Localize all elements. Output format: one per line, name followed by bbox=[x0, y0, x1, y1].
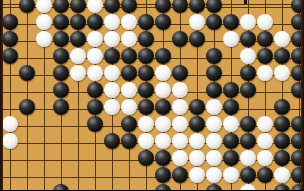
intersection[interactable] bbox=[223, 0, 240, 14]
intersection[interactable] bbox=[53, 116, 70, 133]
white-stone bbox=[257, 133, 273, 149]
white-stone bbox=[36, 0, 52, 13]
black-stone bbox=[240, 133, 256, 149]
intersection[interactable] bbox=[172, 167, 189, 184]
white-stone bbox=[36, 14, 52, 30]
intersection[interactable] bbox=[36, 99, 53, 116]
intersection[interactable] bbox=[189, 99, 206, 116]
black-stone bbox=[87, 116, 103, 132]
intersection[interactable] bbox=[172, 133, 189, 150]
intersection[interactable] bbox=[257, 14, 274, 31]
board-right-edge bbox=[301, 0, 304, 190]
black-stone bbox=[155, 167, 171, 183]
white-stone bbox=[257, 150, 273, 166]
black-stone bbox=[19, 99, 35, 115]
intersection[interactable] bbox=[206, 167, 223, 184]
intersection[interactable] bbox=[121, 31, 138, 48]
black-stone bbox=[274, 150, 290, 166]
black-stone bbox=[172, 0, 188, 13]
black-stone bbox=[223, 99, 239, 115]
intersection[interactable] bbox=[223, 31, 240, 48]
intersection[interactable] bbox=[2, 14, 19, 31]
intersection[interactable] bbox=[36, 31, 53, 48]
intersection[interactable] bbox=[2, 31, 19, 48]
intersection[interactable] bbox=[70, 14, 87, 31]
intersection[interactable] bbox=[257, 31, 274, 48]
intersection[interactable] bbox=[19, 133, 36, 150]
white-stone bbox=[223, 167, 239, 183]
intersection[interactable] bbox=[257, 82, 274, 99]
intersection[interactable] bbox=[121, 82, 138, 99]
white-stone bbox=[155, 133, 171, 149]
black-stone bbox=[104, 133, 120, 149]
intersection[interactable] bbox=[240, 150, 257, 167]
white-stone bbox=[87, 31, 103, 47]
intersection[interactable] bbox=[104, 133, 121, 150]
intersection[interactable] bbox=[87, 184, 104, 191]
intersection[interactable] bbox=[223, 99, 240, 116]
intersection[interactable] bbox=[53, 167, 70, 184]
white-stone bbox=[274, 65, 290, 81]
intersection[interactable] bbox=[155, 184, 172, 191]
black-stone bbox=[189, 99, 205, 115]
intersection[interactable] bbox=[223, 65, 240, 82]
intersection[interactable] bbox=[87, 65, 104, 82]
intersection[interactable] bbox=[189, 65, 206, 82]
black-stone bbox=[223, 82, 239, 98]
intersection[interactable] bbox=[257, 184, 274, 191]
intersection[interactable] bbox=[138, 0, 155, 14]
intersection[interactable] bbox=[189, 184, 206, 191]
intersection[interactable] bbox=[274, 14, 291, 31]
intersection[interactable] bbox=[87, 48, 104, 65]
intersection[interactable] bbox=[53, 31, 70, 48]
intersection[interactable] bbox=[19, 99, 36, 116]
intersection[interactable] bbox=[223, 14, 240, 31]
intersection[interactable] bbox=[240, 82, 257, 99]
intersection[interactable] bbox=[2, 167, 19, 184]
intersection[interactable] bbox=[189, 48, 206, 65]
white-stone bbox=[206, 150, 222, 166]
intersection[interactable] bbox=[53, 0, 70, 14]
black-stone bbox=[155, 150, 171, 166]
black-stone bbox=[2, 31, 18, 47]
intersection[interactable] bbox=[206, 14, 223, 31]
intersection[interactable] bbox=[104, 0, 121, 14]
intersection[interactable] bbox=[53, 14, 70, 31]
white-stone bbox=[206, 99, 222, 115]
white-stone bbox=[240, 14, 256, 30]
intersection[interactable] bbox=[121, 133, 138, 150]
intersection[interactable] bbox=[121, 150, 138, 167]
black-stone bbox=[70, 14, 86, 30]
intersection[interactable] bbox=[121, 167, 138, 184]
intersection[interactable] bbox=[206, 116, 223, 133]
intersection[interactable] bbox=[53, 99, 70, 116]
intersection[interactable] bbox=[206, 99, 223, 116]
intersection[interactable] bbox=[19, 82, 36, 99]
intersection[interactable] bbox=[257, 116, 274, 133]
intersection[interactable] bbox=[189, 82, 206, 99]
intersection[interactable] bbox=[223, 150, 240, 167]
black-stone bbox=[138, 82, 154, 98]
intersection[interactable] bbox=[2, 184, 19, 191]
white-stone bbox=[104, 99, 120, 115]
black-stone bbox=[240, 167, 256, 183]
black-stone bbox=[121, 116, 137, 132]
intersection[interactable] bbox=[104, 65, 121, 82]
intersection[interactable] bbox=[70, 31, 87, 48]
intersection[interactable] bbox=[87, 133, 104, 150]
intersection[interactable] bbox=[2, 0, 19, 14]
intersection[interactable] bbox=[70, 116, 87, 133]
intersection[interactable] bbox=[274, 133, 291, 150]
intersection[interactable] bbox=[19, 116, 36, 133]
intersection[interactable] bbox=[274, 31, 291, 48]
intersection[interactable] bbox=[274, 48, 291, 65]
white-stone bbox=[257, 14, 273, 30]
black-stone bbox=[206, 14, 222, 30]
intersection[interactable] bbox=[155, 48, 172, 65]
white-stone bbox=[104, 31, 120, 47]
intersection[interactable] bbox=[172, 14, 189, 31]
intersection[interactable] bbox=[19, 167, 36, 184]
intersection[interactable] bbox=[257, 65, 274, 82]
black-stone bbox=[19, 65, 35, 81]
intersection[interactable] bbox=[53, 133, 70, 150]
intersection[interactable] bbox=[189, 14, 206, 31]
intersection[interactable] bbox=[87, 0, 104, 14]
intersection[interactable] bbox=[36, 82, 53, 99]
intersection[interactable] bbox=[138, 31, 155, 48]
intersection[interactable] bbox=[138, 167, 155, 184]
intersection[interactable] bbox=[172, 31, 189, 48]
intersection[interactable] bbox=[206, 82, 223, 99]
intersection[interactable] bbox=[121, 65, 138, 82]
white-stone bbox=[2, 116, 18, 132]
intersection[interactable] bbox=[121, 184, 138, 191]
intersection[interactable] bbox=[257, 48, 274, 65]
intersection[interactable] bbox=[155, 167, 172, 184]
white-stone bbox=[87, 65, 103, 81]
white-stone bbox=[172, 82, 188, 98]
white-stone bbox=[121, 82, 137, 98]
intersection[interactable] bbox=[138, 48, 155, 65]
black-stone bbox=[274, 48, 290, 64]
intersection[interactable] bbox=[104, 150, 121, 167]
intersection[interactable] bbox=[36, 14, 53, 31]
black-stone bbox=[206, 48, 222, 64]
intersection[interactable] bbox=[53, 184, 70, 191]
intersection[interactable] bbox=[138, 116, 155, 133]
intersection[interactable] bbox=[104, 184, 121, 191]
intersection[interactable] bbox=[19, 150, 36, 167]
intersection[interactable] bbox=[121, 14, 138, 31]
intersection[interactable] bbox=[206, 0, 223, 14]
black-stone bbox=[240, 116, 256, 132]
intersection[interactable] bbox=[70, 82, 87, 99]
intersection[interactable] bbox=[206, 65, 223, 82]
white-stone bbox=[240, 150, 256, 166]
intersection[interactable] bbox=[70, 133, 87, 150]
intersection[interactable] bbox=[240, 31, 257, 48]
intersection[interactable] bbox=[189, 133, 206, 150]
black-stone bbox=[138, 31, 154, 47]
white-stone bbox=[240, 184, 256, 190]
intersection[interactable] bbox=[70, 167, 87, 184]
intersection[interactable] bbox=[53, 65, 70, 82]
black-stone bbox=[53, 48, 69, 64]
intersection[interactable] bbox=[138, 184, 155, 191]
intersection[interactable] bbox=[172, 82, 189, 99]
intersection[interactable] bbox=[172, 0, 189, 14]
white-stone bbox=[87, 0, 103, 13]
intersection[interactable] bbox=[257, 150, 274, 167]
intersection[interactable] bbox=[223, 133, 240, 150]
intersection[interactable] bbox=[172, 116, 189, 133]
intersection[interactable] bbox=[223, 184, 240, 191]
white-stone bbox=[257, 65, 273, 81]
intersection[interactable] bbox=[240, 133, 257, 150]
black-stone bbox=[53, 65, 69, 81]
black-stone bbox=[223, 150, 239, 166]
intersection[interactable] bbox=[36, 150, 53, 167]
white-stone bbox=[240, 48, 256, 64]
intersection[interactable] bbox=[104, 116, 121, 133]
intersection[interactable] bbox=[155, 0, 172, 14]
black-stone bbox=[121, 65, 137, 81]
intersection[interactable] bbox=[206, 150, 223, 167]
intersection[interactable] bbox=[274, 99, 291, 116]
go-board[interactable] bbox=[0, 0, 304, 190]
intersection[interactable] bbox=[2, 99, 19, 116]
intersection[interactable] bbox=[19, 14, 36, 31]
intersection[interactable] bbox=[257, 167, 274, 184]
intersection[interactable] bbox=[19, 31, 36, 48]
intersection[interactable] bbox=[240, 116, 257, 133]
intersection[interactable] bbox=[87, 14, 104, 31]
white-stone bbox=[70, 65, 86, 81]
intersection[interactable] bbox=[138, 150, 155, 167]
intersection[interactable] bbox=[172, 150, 189, 167]
intersection[interactable] bbox=[2, 82, 19, 99]
intersection[interactable] bbox=[70, 99, 87, 116]
intersection[interactable] bbox=[87, 167, 104, 184]
intersection[interactable] bbox=[2, 150, 19, 167]
intersection[interactable] bbox=[155, 150, 172, 167]
black-stone bbox=[138, 150, 154, 166]
go-game-screenshot bbox=[0, 0, 304, 190]
intersection[interactable] bbox=[87, 82, 104, 99]
black-stone bbox=[189, 116, 205, 132]
intersection[interactable] bbox=[274, 167, 291, 184]
intersection[interactable] bbox=[36, 65, 53, 82]
intersection[interactable] bbox=[2, 65, 19, 82]
intersection[interactable] bbox=[172, 184, 189, 191]
intersection[interactable] bbox=[138, 65, 155, 82]
black-stone bbox=[274, 133, 290, 149]
intersection[interactable] bbox=[172, 99, 189, 116]
intersection[interactable] bbox=[189, 167, 206, 184]
black-stone bbox=[155, 99, 171, 115]
intersection[interactable] bbox=[155, 31, 172, 48]
intersection[interactable] bbox=[53, 150, 70, 167]
intersection[interactable] bbox=[189, 116, 206, 133]
intersection[interactable] bbox=[19, 0, 36, 14]
intersection[interactable] bbox=[121, 99, 138, 116]
black-stone bbox=[70, 31, 86, 47]
white-stone bbox=[172, 150, 188, 166]
intersection[interactable] bbox=[138, 14, 155, 31]
intersection[interactable] bbox=[70, 48, 87, 65]
intersection[interactable] bbox=[189, 150, 206, 167]
intersection[interactable] bbox=[87, 31, 104, 48]
black-stone bbox=[240, 82, 256, 98]
black-stone bbox=[257, 167, 273, 183]
intersection[interactable] bbox=[240, 0, 257, 14]
white-stone bbox=[70, 48, 86, 64]
intersection[interactable] bbox=[87, 116, 104, 133]
intersection[interactable] bbox=[87, 99, 104, 116]
intersection[interactable] bbox=[19, 184, 36, 191]
intersection[interactable] bbox=[172, 65, 189, 82]
intersection[interactable] bbox=[104, 82, 121, 99]
white-stone bbox=[274, 167, 290, 183]
intersection[interactable] bbox=[274, 116, 291, 133]
intersection[interactable] bbox=[70, 184, 87, 191]
black-stone bbox=[53, 99, 69, 115]
black-stone bbox=[104, 48, 120, 64]
black-stone bbox=[257, 48, 273, 64]
intersection[interactable] bbox=[240, 99, 257, 116]
intersection[interactable] bbox=[138, 133, 155, 150]
black-stone bbox=[274, 116, 290, 132]
intersection[interactable] bbox=[189, 0, 206, 14]
intersection[interactable] bbox=[121, 48, 138, 65]
intersection[interactable] bbox=[138, 82, 155, 99]
black-stone bbox=[206, 65, 222, 81]
intersection[interactable] bbox=[36, 0, 53, 14]
white-stone bbox=[223, 116, 239, 132]
black-stone bbox=[155, 184, 171, 190]
white-stone bbox=[206, 133, 222, 149]
intersection[interactable] bbox=[223, 167, 240, 184]
intersection[interactable] bbox=[104, 31, 121, 48]
black-stone bbox=[189, 0, 205, 13]
white-stone bbox=[172, 116, 188, 132]
black-stone bbox=[240, 65, 256, 81]
intersection[interactable] bbox=[53, 48, 70, 65]
black-stone bbox=[121, 48, 137, 64]
intersection[interactable] bbox=[36, 116, 53, 133]
intersection[interactable] bbox=[206, 133, 223, 150]
intersection[interactable] bbox=[104, 48, 121, 65]
intersection[interactable] bbox=[274, 150, 291, 167]
intersection[interactable] bbox=[104, 99, 121, 116]
intersection[interactable] bbox=[240, 65, 257, 82]
intersection[interactable] bbox=[206, 48, 223, 65]
black-stone bbox=[257, 31, 273, 47]
white-stone bbox=[121, 99, 137, 115]
black-stone bbox=[206, 82, 222, 98]
white-stone bbox=[138, 133, 154, 149]
black-stone bbox=[172, 31, 188, 47]
white-stone bbox=[189, 167, 205, 183]
white-stone bbox=[155, 116, 171, 132]
intersection[interactable] bbox=[36, 167, 53, 184]
intersection[interactable] bbox=[36, 184, 53, 191]
intersection[interactable] bbox=[206, 184, 223, 191]
intersection[interactable] bbox=[121, 0, 138, 14]
intersection[interactable] bbox=[138, 99, 155, 116]
intersection[interactable] bbox=[87, 150, 104, 167]
intersection[interactable] bbox=[240, 167, 257, 184]
intersection[interactable] bbox=[240, 48, 257, 65]
black-stone bbox=[121, 133, 137, 149]
white-stone bbox=[189, 150, 205, 166]
intersection[interactable] bbox=[189, 31, 206, 48]
intersection[interactable] bbox=[257, 133, 274, 150]
intersection[interactable] bbox=[155, 82, 172, 99]
intersection[interactable] bbox=[36, 133, 53, 150]
white-stone bbox=[172, 99, 188, 115]
intersection[interactable] bbox=[274, 65, 291, 82]
intersection[interactable] bbox=[223, 48, 240, 65]
intersection[interactable] bbox=[70, 150, 87, 167]
white-stone bbox=[155, 82, 171, 98]
intersection[interactable] bbox=[240, 14, 257, 31]
black-stone bbox=[138, 48, 154, 64]
intersection[interactable] bbox=[155, 14, 172, 31]
intersection[interactable] bbox=[53, 82, 70, 99]
intersection[interactable] bbox=[2, 48, 19, 65]
intersection[interactable] bbox=[155, 133, 172, 150]
black-stone bbox=[2, 48, 18, 64]
intersection[interactable] bbox=[19, 65, 36, 82]
black-stone bbox=[206, 0, 222, 13]
intersection[interactable] bbox=[19, 48, 36, 65]
intersection[interactable] bbox=[257, 99, 274, 116]
intersection[interactable] bbox=[274, 0, 291, 14]
intersection[interactable] bbox=[274, 82, 291, 99]
white-stone bbox=[257, 116, 273, 132]
black-stone bbox=[206, 184, 222, 190]
intersection[interactable] bbox=[155, 116, 172, 133]
intersection[interactable] bbox=[206, 31, 223, 48]
intersection[interactable] bbox=[223, 116, 240, 133]
intersection[interactable] bbox=[274, 184, 291, 191]
black-stone bbox=[155, 0, 171, 13]
black-stone bbox=[223, 14, 239, 30]
intersection[interactable] bbox=[155, 99, 172, 116]
intersection[interactable] bbox=[36, 48, 53, 65]
intersection[interactable] bbox=[240, 184, 257, 191]
intersection[interactable] bbox=[2, 133, 19, 150]
intersection[interactable] bbox=[257, 0, 274, 14]
intersection[interactable] bbox=[104, 167, 121, 184]
white-stone bbox=[189, 133, 205, 149]
intersection[interactable] bbox=[70, 0, 87, 14]
intersection[interactable] bbox=[172, 48, 189, 65]
intersection[interactable] bbox=[104, 14, 121, 31]
intersection[interactable] bbox=[121, 116, 138, 133]
intersection[interactable] bbox=[2, 116, 19, 133]
black-stone bbox=[121, 0, 137, 13]
intersection[interactable] bbox=[155, 65, 172, 82]
black-stone bbox=[155, 48, 171, 64]
intersection[interactable] bbox=[223, 82, 240, 99]
intersection[interactable] bbox=[70, 65, 87, 82]
